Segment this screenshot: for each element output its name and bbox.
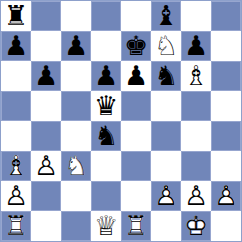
- square-b8[interactable]: [31, 1, 61, 31]
- square-h6[interactable]: [211, 61, 241, 91]
- square-g4[interactable]: [181, 121, 211, 151]
- square-h8[interactable]: [211, 1, 241, 31]
- square-c2[interactable]: [61, 181, 91, 211]
- square-f1[interactable]: [151, 211, 181, 241]
- square-b4[interactable]: [31, 121, 61, 151]
- piece-white-queen[interactable]: ♛♕: [91, 211, 121, 241]
- square-h2[interactable]: ♟♙: [211, 181, 241, 211]
- square-g1[interactable]: ♚♔: [181, 211, 211, 241]
- piece-black-pawn[interactable]: ♟: [61, 31, 91, 61]
- square-a2[interactable]: ♟♙: [1, 181, 31, 211]
- square-h1[interactable]: [211, 211, 241, 241]
- square-a7[interactable]: ♟: [1, 31, 31, 61]
- square-c3[interactable]: ♞♘: [61, 151, 91, 181]
- square-g5[interactable]: [181, 91, 211, 121]
- square-g2[interactable]: ♟♙: [181, 181, 211, 211]
- square-d4[interactable]: ♞: [91, 121, 121, 151]
- square-f4[interactable]: [151, 121, 181, 151]
- square-d3[interactable]: [91, 151, 121, 181]
- square-a3[interactable]: ♝♗: [1, 151, 31, 181]
- square-h5[interactable]: [211, 91, 241, 121]
- square-c4[interactable]: [61, 121, 91, 151]
- square-c8[interactable]: [61, 1, 91, 31]
- square-c1[interactable]: [61, 211, 91, 241]
- square-b3[interactable]: ♟♙: [31, 151, 61, 181]
- piece-white-pawn[interactable]: ♟♙: [211, 181, 241, 211]
- square-b2[interactable]: [31, 181, 61, 211]
- square-f2[interactable]: ♟♙: [151, 181, 181, 211]
- piece-white-knight[interactable]: ♞♘: [61, 151, 91, 181]
- square-d2[interactable]: [91, 181, 121, 211]
- square-g7[interactable]: ♟: [181, 31, 211, 61]
- square-g3[interactable]: [181, 151, 211, 181]
- piece-white-king[interactable]: ♚♔: [181, 211, 211, 241]
- square-e3[interactable]: [121, 151, 151, 181]
- square-g6[interactable]: ♝♗: [181, 61, 211, 91]
- piece-black-rook[interactable]: ♜: [1, 1, 31, 31]
- piece-white-pawn[interactable]: ♟♙: [31, 151, 61, 181]
- piece-black-queen[interactable]: ♛: [91, 91, 121, 121]
- square-h3[interactable]: [211, 151, 241, 181]
- piece-black-pawn[interactable]: ♟: [121, 61, 151, 91]
- square-a6[interactable]: [1, 61, 31, 91]
- square-e8[interactable]: [121, 1, 151, 31]
- square-c5[interactable]: [61, 91, 91, 121]
- square-c7[interactable]: ♟: [61, 31, 91, 61]
- piece-black-knight[interactable]: ♞: [151, 61, 181, 91]
- square-e5[interactable]: [121, 91, 151, 121]
- piece-black-bishop[interactable]: ♝: [151, 1, 181, 31]
- square-e7[interactable]: ♚: [121, 31, 151, 61]
- square-f3[interactable]: [151, 151, 181, 181]
- piece-white-rook[interactable]: ♜♖: [121, 211, 151, 241]
- piece-white-pawn[interactable]: ♟♙: [1, 181, 31, 211]
- square-h7[interactable]: [211, 31, 241, 61]
- square-g8[interactable]: [181, 1, 211, 31]
- square-a8[interactable]: ♜: [1, 1, 31, 31]
- square-a4[interactable]: [1, 121, 31, 151]
- piece-white-knight[interactable]: ♞♘: [151, 31, 181, 61]
- square-d7[interactable]: [91, 31, 121, 61]
- square-b6[interactable]: ♟: [31, 61, 61, 91]
- square-e4[interactable]: [121, 121, 151, 151]
- square-f6[interactable]: ♞: [151, 61, 181, 91]
- piece-white-pawn[interactable]: ♟♙: [151, 181, 181, 211]
- piece-black-pawn[interactable]: ♟: [1, 31, 31, 61]
- piece-white-bishop[interactable]: ♝♗: [1, 151, 31, 181]
- piece-black-king[interactable]: ♚: [121, 31, 151, 61]
- piece-black-pawn[interactable]: ♟: [91, 61, 121, 91]
- piece-white-rook[interactable]: ♜♖: [1, 211, 31, 241]
- piece-white-pawn[interactable]: ♟♙: [181, 181, 211, 211]
- square-b7[interactable]: [31, 31, 61, 61]
- square-e2[interactable]: [121, 181, 151, 211]
- square-h4[interactable]: [211, 121, 241, 151]
- square-d1[interactable]: ♛♕: [91, 211, 121, 241]
- piece-black-knight[interactable]: ♞: [91, 121, 121, 151]
- square-a1[interactable]: ♜♖: [1, 211, 31, 241]
- piece-white-bishop[interactable]: ♝♗: [181, 61, 211, 91]
- square-b1[interactable]: [31, 211, 61, 241]
- square-d8[interactable]: [91, 1, 121, 31]
- piece-black-pawn[interactable]: ♟: [181, 31, 211, 61]
- square-c6[interactable]: [61, 61, 91, 91]
- square-e1[interactable]: ♜♖: [121, 211, 151, 241]
- square-f5[interactable]: [151, 91, 181, 121]
- square-d6[interactable]: ♟: [91, 61, 121, 91]
- square-e6[interactable]: ♟: [121, 61, 151, 91]
- square-f7[interactable]: ♞♘: [151, 31, 181, 61]
- piece-black-pawn[interactable]: ♟: [31, 61, 61, 91]
- square-d5[interactable]: ♛: [91, 91, 121, 121]
- square-b5[interactable]: [31, 91, 61, 121]
- square-f8[interactable]: ♝: [151, 1, 181, 31]
- chess-board: ♜♝♟♟♚♞♘♟♟♟♟♞♝♗♛♞♝♗♟♙♞♘♟♙♟♙♟♙♟♙♜♖♛♕♜♖♚♔: [0, 0, 242, 242]
- square-a5[interactable]: [1, 91, 31, 121]
